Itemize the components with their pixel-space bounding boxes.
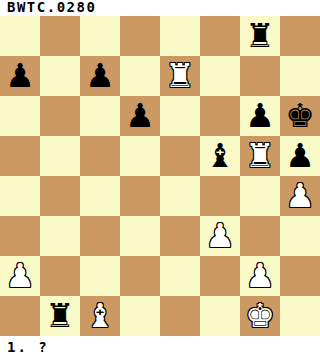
- square-c1[interactable]: ♝: [80, 296, 120, 336]
- square-f4[interactable]: [200, 176, 240, 216]
- square-c6[interactable]: [80, 96, 120, 136]
- square-b7[interactable]: [40, 56, 80, 96]
- square-h4[interactable]: ♟: [280, 176, 320, 216]
- piece-white-pawn: ♟: [285, 176, 315, 216]
- square-b6[interactable]: [40, 96, 80, 136]
- square-a1[interactable]: [0, 296, 40, 336]
- square-e4[interactable]: [160, 176, 200, 216]
- diagram-title: BWTC.0280: [0, 0, 320, 16]
- piece-white-pawn: ♟: [5, 256, 35, 296]
- piece-white-bishop: ♝: [85, 296, 115, 336]
- square-a8[interactable]: [0, 16, 40, 56]
- square-e7[interactable]: ♜: [160, 56, 200, 96]
- square-b5[interactable]: [40, 136, 80, 176]
- square-h8[interactable]: [280, 16, 320, 56]
- square-d4[interactable]: [120, 176, 160, 216]
- square-h3[interactable]: [280, 216, 320, 256]
- square-g5[interactable]: ♜: [240, 136, 280, 176]
- square-b8[interactable]: [40, 16, 80, 56]
- square-e6[interactable]: [160, 96, 200, 136]
- square-d1[interactable]: [120, 296, 160, 336]
- square-h7[interactable]: [280, 56, 320, 96]
- square-b2[interactable]: [40, 256, 80, 296]
- square-h1[interactable]: [280, 296, 320, 336]
- square-g7[interactable]: [240, 56, 280, 96]
- square-f7[interactable]: [200, 56, 240, 96]
- square-c8[interactable]: [80, 16, 120, 56]
- piece-black-pawn: ♟: [285, 136, 315, 176]
- square-a5[interactable]: [0, 136, 40, 176]
- piece-black-rook: ♜: [45, 296, 75, 336]
- square-d3[interactable]: [120, 216, 160, 256]
- square-d2[interactable]: [120, 256, 160, 296]
- square-a7[interactable]: ♟: [0, 56, 40, 96]
- square-c4[interactable]: [80, 176, 120, 216]
- square-b4[interactable]: [40, 176, 80, 216]
- square-e5[interactable]: [160, 136, 200, 176]
- square-a2[interactable]: ♟: [0, 256, 40, 296]
- piece-black-pawn: ♟: [85, 56, 115, 96]
- square-f3[interactable]: ♟: [200, 216, 240, 256]
- square-b3[interactable]: [40, 216, 80, 256]
- square-d5[interactable]: [120, 136, 160, 176]
- square-h5[interactable]: ♟: [280, 136, 320, 176]
- square-c5[interactable]: [80, 136, 120, 176]
- square-c2[interactable]: [80, 256, 120, 296]
- square-f1[interactable]: [200, 296, 240, 336]
- square-d6[interactable]: ♟: [120, 96, 160, 136]
- square-a3[interactable]: [0, 216, 40, 256]
- piece-black-pawn: ♟: [125, 96, 155, 136]
- square-a4[interactable]: [0, 176, 40, 216]
- piece-white-pawn: ♟: [245, 256, 275, 296]
- square-f2[interactable]: [200, 256, 240, 296]
- square-h2[interactable]: [280, 256, 320, 296]
- piece-white-rook: ♜: [245, 136, 275, 176]
- square-d8[interactable]: [120, 16, 160, 56]
- square-c3[interactable]: [80, 216, 120, 256]
- square-f6[interactable]: [200, 96, 240, 136]
- square-e3[interactable]: [160, 216, 200, 256]
- piece-black-bishop: ♝: [205, 136, 235, 176]
- square-g6[interactable]: ♟: [240, 96, 280, 136]
- square-e1[interactable]: [160, 296, 200, 336]
- piece-black-pawn: ♟: [245, 96, 275, 136]
- move-prompt: 1. ?: [0, 336, 320, 360]
- piece-white-pawn: ♟: [205, 216, 235, 256]
- square-e8[interactable]: [160, 16, 200, 56]
- square-g8[interactable]: ♜: [240, 16, 280, 56]
- square-g1[interactable]: ♚: [240, 296, 280, 336]
- piece-white-king: ♚: [245, 296, 275, 336]
- square-g3[interactable]: [240, 216, 280, 256]
- square-b1[interactable]: ♜: [40, 296, 80, 336]
- piece-white-rook: ♜: [165, 56, 195, 96]
- square-d7[interactable]: [120, 56, 160, 96]
- square-g4[interactable]: [240, 176, 280, 216]
- piece-black-pawn: ♟: [5, 56, 35, 96]
- square-g2[interactable]: ♟: [240, 256, 280, 296]
- chess-board: ♜♟♟♜♟♟♚♝♜♟♟♟♟♟♜♝♚: [0, 16, 320, 336]
- square-f5[interactable]: ♝: [200, 136, 240, 176]
- piece-black-king: ♚: [285, 96, 315, 136]
- square-a6[interactable]: [0, 96, 40, 136]
- square-c7[interactable]: ♟: [80, 56, 120, 96]
- piece-black-rook: ♜: [245, 16, 275, 56]
- square-h6[interactable]: ♚: [280, 96, 320, 136]
- square-e2[interactable]: [160, 256, 200, 296]
- square-f8[interactable]: [200, 16, 240, 56]
